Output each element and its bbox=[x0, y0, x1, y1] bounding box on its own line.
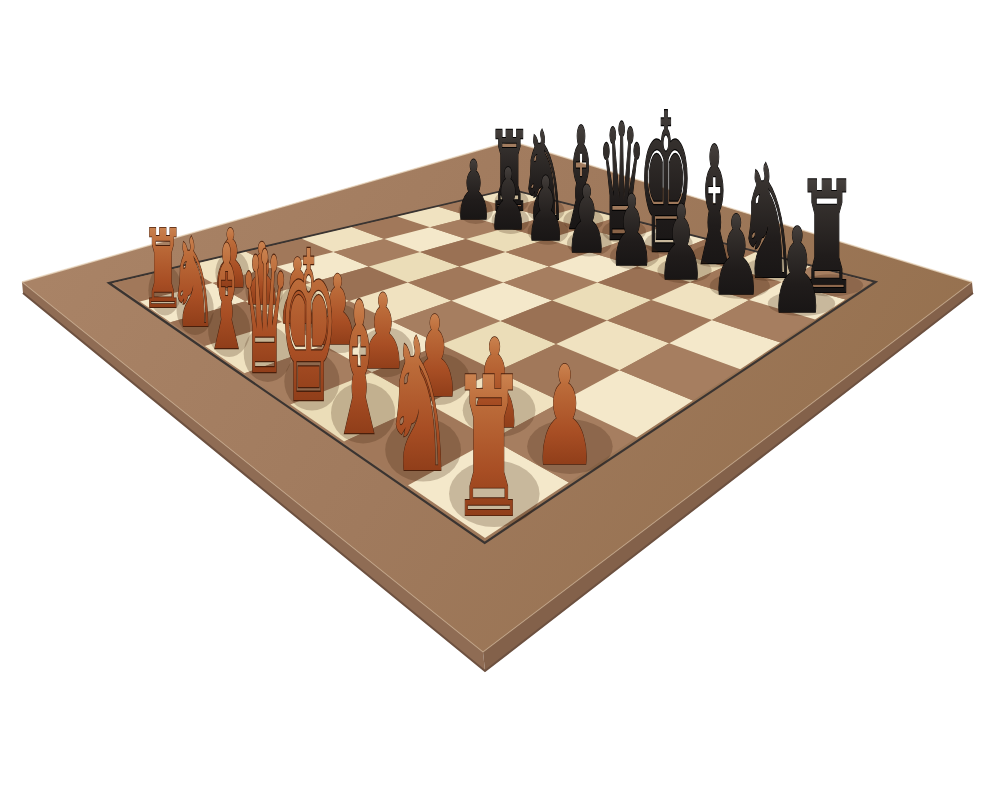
piece-black-pawn-f7: ♟ bbox=[657, 182, 706, 303]
piece-white-king-e1: ♚ bbox=[279, 207, 338, 448]
piece-white-bishop-f1: ♝ bbox=[331, 263, 388, 476]
piece-black-pawn-e7: ♟ bbox=[609, 173, 655, 287]
piece-black-pawn-c7: ♟ bbox=[525, 157, 567, 261]
piece-black-pawn-g7: ♟ bbox=[710, 192, 762, 321]
chess-set-product-photo: ♜♟♞♟♝♟♛♟♚♟♝♞♟♟♜♟♟♜♟♟♞♟♝♟♛♟♚♟♝♟♞♜ bbox=[0, 0, 1000, 800]
piece-black-pawn-h7: ♟ bbox=[770, 203, 826, 339]
board-svg: ♜♟♞♟♝♟♛♟♚♟♝♞♟♟♜♟♟♜♟♟♞♟♝♟♛♟♚♟♝♟♞♜ bbox=[0, 0, 1000, 800]
piece-black-pawn-b7: ♟ bbox=[488, 150, 528, 249]
piece-white-rook-h1: ♜ bbox=[451, 336, 526, 560]
piece-white-knight-g1: ♞ bbox=[383, 300, 453, 513]
piece-white-pawn-h2: ♟ bbox=[532, 337, 597, 497]
piece-black-pawn-d7: ♟ bbox=[565, 165, 609, 274]
